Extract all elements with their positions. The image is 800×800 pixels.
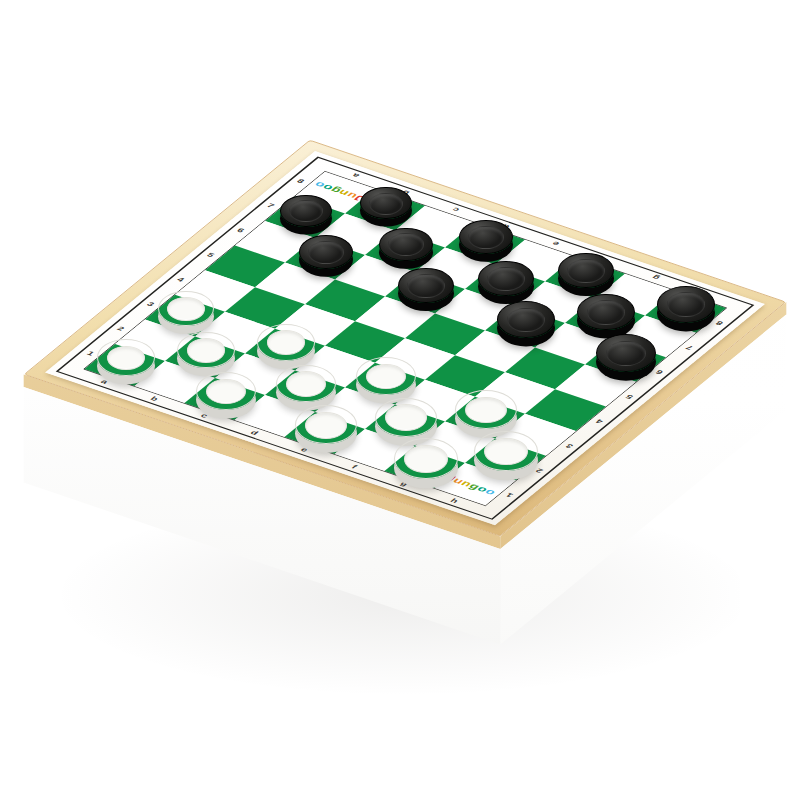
- product-photo-scene: Jungoo Jungoo aabbccddeeffgghh1122334455…: [0, 0, 800, 800]
